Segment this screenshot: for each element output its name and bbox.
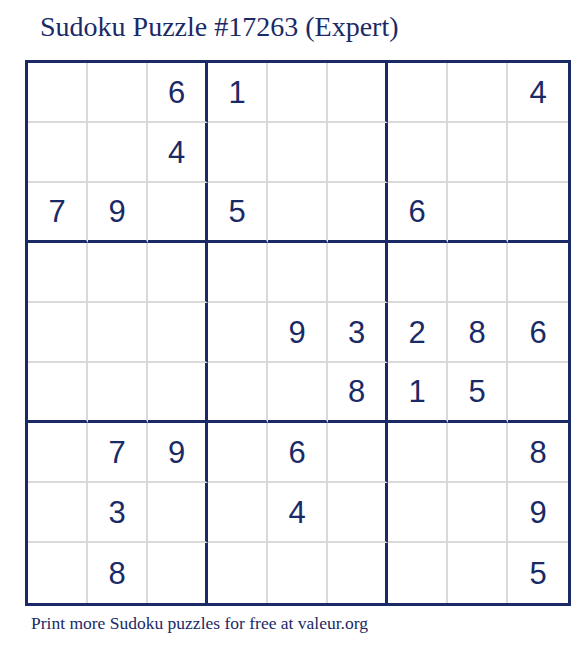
cell-r9c6[interactable] (328, 543, 388, 603)
sudoku-grid: 6144795693286815796834985 (25, 60, 571, 606)
cell-r5c9[interactable]: 6 (508, 303, 568, 363)
cell-r1c5[interactable] (268, 63, 328, 123)
cell-r9c7[interactable] (388, 543, 448, 603)
cell-r3c3[interactable] (148, 183, 208, 243)
cell-r8c6[interactable] (328, 483, 388, 543)
cell-r6c6[interactable]: 8 (328, 363, 388, 423)
cell-r6c3[interactable] (148, 363, 208, 423)
cell-r9c8[interactable] (448, 543, 508, 603)
cell-r4c1[interactable] (28, 243, 88, 303)
cell-r8c4[interactable] (208, 483, 268, 543)
cell-r6c4[interactable] (208, 363, 268, 423)
cell-r5c8[interactable]: 8 (448, 303, 508, 363)
cell-r7c7[interactable] (388, 423, 448, 483)
cell-r8c3[interactable] (148, 483, 208, 543)
cell-r8c5[interactable]: 4 (268, 483, 328, 543)
cell-r9c2[interactable]: 8 (88, 543, 148, 603)
cell-r6c8[interactable]: 5 (448, 363, 508, 423)
cell-r3c1[interactable]: 7 (28, 183, 88, 243)
cell-r6c9[interactable] (508, 363, 568, 423)
cell-r2c2[interactable] (88, 123, 148, 183)
cell-r5c6[interactable]: 3 (328, 303, 388, 363)
cell-r3c7[interactable]: 6 (388, 183, 448, 243)
cell-r2c6[interactable] (328, 123, 388, 183)
cell-r1c9[interactable]: 4 (508, 63, 568, 123)
cell-r2c7[interactable] (388, 123, 448, 183)
cell-r8c1[interactable] (28, 483, 88, 543)
cell-r7c5[interactable]: 6 (268, 423, 328, 483)
cell-r3c6[interactable] (328, 183, 388, 243)
cell-r4c5[interactable] (268, 243, 328, 303)
cell-r8c7[interactable] (388, 483, 448, 543)
cell-r3c2[interactable]: 9 (88, 183, 148, 243)
cell-r4c6[interactable] (328, 243, 388, 303)
cell-r6c1[interactable] (28, 363, 88, 423)
cell-r5c7[interactable]: 2 (388, 303, 448, 363)
cell-r1c3[interactable]: 6 (148, 63, 208, 123)
cell-r5c4[interactable] (208, 303, 268, 363)
cell-r1c6[interactable] (328, 63, 388, 123)
cell-r5c2[interactable] (88, 303, 148, 363)
cell-r7c8[interactable] (448, 423, 508, 483)
cell-r8c9[interactable]: 9 (508, 483, 568, 543)
cell-r2c9[interactable] (508, 123, 568, 183)
cell-r1c2[interactable] (88, 63, 148, 123)
puzzle-title: Sudoku Puzzle #17263 (Expert) (40, 11, 399, 43)
cell-r4c4[interactable] (208, 243, 268, 303)
cell-r1c7[interactable] (388, 63, 448, 123)
cell-r1c8[interactable] (448, 63, 508, 123)
cell-r7c3[interactable]: 9 (148, 423, 208, 483)
cell-r2c5[interactable] (268, 123, 328, 183)
cell-r5c5[interactable]: 9 (268, 303, 328, 363)
cell-r2c3[interactable]: 4 (148, 123, 208, 183)
cell-r1c1[interactable] (28, 63, 88, 123)
cell-r3c8[interactable] (448, 183, 508, 243)
cell-r7c6[interactable] (328, 423, 388, 483)
cell-r9c4[interactable] (208, 543, 268, 603)
cell-r7c4[interactable] (208, 423, 268, 483)
cell-r3c5[interactable] (268, 183, 328, 243)
cell-r4c8[interactable] (448, 243, 508, 303)
cell-r1c4[interactable]: 1 (208, 63, 268, 123)
cell-r9c1[interactable] (28, 543, 88, 603)
cell-r4c2[interactable] (88, 243, 148, 303)
cell-r8c2[interactable]: 3 (88, 483, 148, 543)
cell-r2c8[interactable] (448, 123, 508, 183)
cell-r7c9[interactable]: 8 (508, 423, 568, 483)
cell-r5c1[interactable] (28, 303, 88, 363)
cell-r8c8[interactable] (448, 483, 508, 543)
cell-r9c3[interactable] (148, 543, 208, 603)
cell-r3c9[interactable] (508, 183, 568, 243)
cell-r5c3[interactable] (148, 303, 208, 363)
cell-r6c7[interactable]: 1 (388, 363, 448, 423)
cell-r2c1[interactable] (28, 123, 88, 183)
cell-r7c2[interactable]: 7 (88, 423, 148, 483)
cell-r6c2[interactable] (88, 363, 148, 423)
cell-r9c5[interactable] (268, 543, 328, 603)
cell-r4c7[interactable] (388, 243, 448, 303)
cell-r9c9[interactable]: 5 (508, 543, 568, 603)
cell-r6c5[interactable] (268, 363, 328, 423)
cell-r3c4[interactable]: 5 (208, 183, 268, 243)
cell-r2c4[interactable] (208, 123, 268, 183)
footer-text: Print more Sudoku puzzles for free at va… (31, 613, 368, 634)
cell-r7c1[interactable] (28, 423, 88, 483)
cell-r4c3[interactable] (148, 243, 208, 303)
cell-r4c9[interactable] (508, 243, 568, 303)
